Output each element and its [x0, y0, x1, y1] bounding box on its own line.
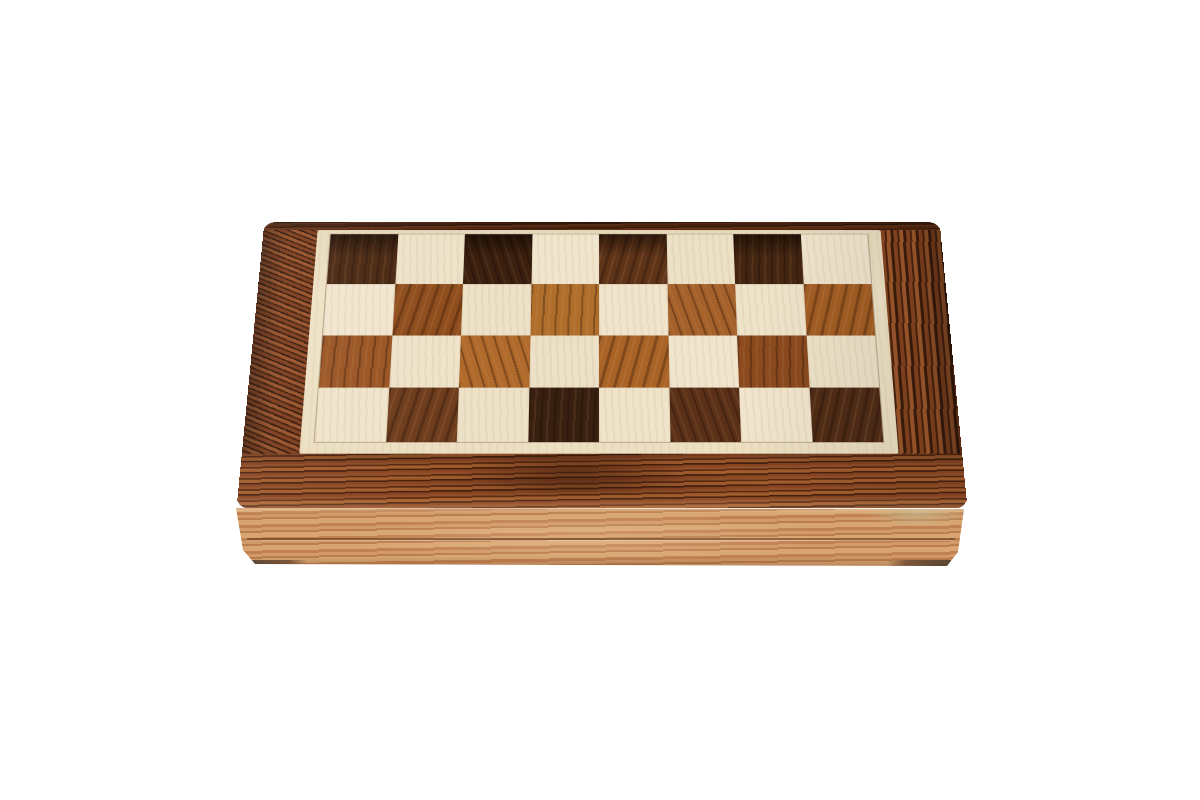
board-square: [809, 388, 883, 442]
board-square: [327, 234, 398, 284]
board-square: [666, 234, 735, 284]
board-square: [800, 234, 871, 284]
board-square: [528, 388, 599, 442]
board-square: [319, 335, 392, 388]
board-square: [531, 234, 599, 284]
board-square: [459, 335, 530, 388]
board-square: [457, 388, 529, 442]
board-square: [599, 284, 668, 335]
board-square: [529, 335, 599, 388]
board-square: [599, 388, 670, 442]
board-square: [323, 284, 395, 335]
board-square: [463, 234, 532, 284]
box-front-face: [233, 502, 971, 572]
board-square: [392, 284, 463, 335]
board-square: [739, 388, 812, 442]
corner-joint-left: [249, 560, 307, 568]
board-frame-front: [236, 454, 967, 509]
board-square: [803, 284, 875, 335]
product-photo: [0, 0, 1200, 800]
board-square: [667, 284, 737, 335]
box-bottom-shading: [233, 556, 971, 572]
board-square: [315, 388, 389, 442]
board-square: [806, 335, 879, 388]
checkerboard-grid: [315, 234, 884, 442]
board-square: [389, 335, 461, 388]
board-square: [737, 335, 809, 388]
board-square: [395, 234, 465, 284]
fold-seam-line: [247, 538, 955, 540]
board-square: [599, 234, 667, 284]
corner-joint-right: [887, 560, 951, 568]
board-square: [461, 284, 531, 335]
board-square: [735, 284, 806, 335]
board-square: [668, 335, 739, 388]
board-square: [530, 284, 599, 335]
board-square: [599, 335, 669, 388]
box-top-surface: [236, 222, 967, 509]
board-frame-back: [264, 222, 941, 230]
board-square: [669, 388, 741, 442]
board-square: [733, 234, 803, 284]
board-square: [386, 388, 459, 442]
